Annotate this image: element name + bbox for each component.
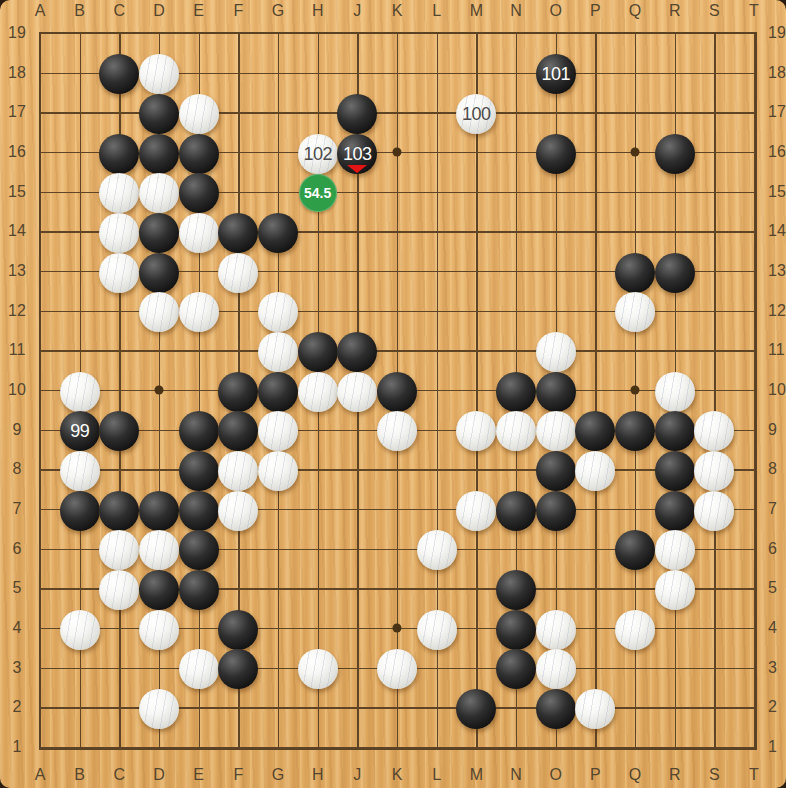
stone-black[interactable] [139,94,179,134]
row-label-right: 14 [768,222,786,240]
stone-black[interactable] [496,610,536,650]
row-label-left: 15 [2,183,32,201]
stone-white[interactable] [139,689,179,729]
stone-black[interactable] [655,253,695,293]
stone-black[interactable]: 103 [337,134,377,174]
ai-score-badge: 54.5 [299,174,337,212]
column-label-bottom: P [580,766,610,784]
column-label-top: S [699,2,729,20]
stone-white[interactable] [536,411,576,451]
column-label-bottom: L [422,766,452,784]
row-label-left: 4 [2,619,32,637]
row-label-left: 18 [2,64,32,82]
column-label-top: H [303,2,333,20]
stone-black[interactable] [536,372,576,412]
row-label-right: 12 [768,302,786,320]
stone-black[interactable] [615,530,655,570]
stone-white[interactable] [139,292,179,332]
row-label-left: 8 [2,460,32,478]
star-point [393,148,402,157]
stone-black[interactable] [536,134,576,174]
column-label-top: N [501,2,531,20]
row-label-right: 9 [768,421,786,439]
stone-black[interactable]: 101 [536,54,576,94]
stone-white[interactable] [536,649,576,689]
column-label-top: M [461,2,491,20]
stone-white[interactable] [139,610,179,650]
row-label-left: 11 [2,341,32,359]
column-label-bottom: Q [620,766,650,784]
row-label-left: 2 [2,698,32,716]
row-label-right: 13 [768,262,786,280]
stone-black[interactable] [218,610,258,650]
column-label-bottom: H [303,766,333,784]
stone-white[interactable] [496,411,536,451]
stone-black[interactable] [337,94,377,134]
stone-white[interactable] [575,451,615,491]
stone-white[interactable] [139,54,179,94]
stone-black[interactable] [99,411,139,451]
stone-white[interactable] [575,689,615,729]
stone-black[interactable]: 99 [60,411,100,451]
stone-black[interactable] [99,134,139,174]
stone-black[interactable] [139,570,179,610]
row-label-left: 7 [2,500,32,518]
stone-black[interactable] [60,491,100,531]
stone-white[interactable] [60,372,100,412]
stone-black[interactable] [99,491,139,531]
stone-black[interactable] [456,689,496,729]
row-label-right: 16 [768,143,786,161]
stone-white[interactable] [218,451,258,491]
stone-white[interactable] [655,372,695,412]
stone-black[interactable] [179,134,219,174]
stone-black[interactable] [218,411,258,451]
stone-black[interactable] [179,173,219,213]
column-label-bottom: T [739,766,769,784]
stone-black[interactable] [139,253,179,293]
stone-black[interactable] [655,411,695,451]
row-label-right: 5 [768,579,786,597]
column-label-top: E [184,2,214,20]
column-label-bottom: S [699,766,729,784]
row-label-right: 17 [768,103,786,121]
column-label-bottom: F [223,766,253,784]
stone-white[interactable] [99,173,139,213]
row-label-left: 17 [2,103,32,121]
row-label-right: 2 [768,698,786,716]
stone-white[interactable] [99,213,139,253]
column-label-bottom: J [342,766,372,784]
stone-black[interactable] [575,411,615,451]
row-label-right: 7 [768,500,786,518]
row-label-left: 6 [2,540,32,558]
stone-black[interactable] [179,570,219,610]
stone-black[interactable] [536,491,576,531]
stone-white[interactable] [179,213,219,253]
stone-white[interactable] [179,649,219,689]
column-label-bottom: E [184,766,214,784]
stone-black[interactable] [179,451,219,491]
column-label-bottom: G [263,766,293,784]
stone-white[interactable] [536,610,576,650]
row-label-left: 13 [2,262,32,280]
stone-white[interactable] [258,332,298,372]
column-label-top: G [263,2,293,20]
row-label-left: 3 [2,659,32,677]
stone-white[interactable] [456,491,496,531]
column-label-bottom: C [104,766,134,784]
stone-white[interactable] [179,94,219,134]
stone-white[interactable] [179,292,219,332]
stone-white[interactable] [417,610,457,650]
row-label-left: 10 [2,381,32,399]
stone-white[interactable] [615,292,655,332]
stone-black[interactable] [536,451,576,491]
column-label-bottom: R [660,766,690,784]
stone-white[interactable]: 100 [456,94,496,134]
column-label-bottom: O [541,766,571,784]
stone-white[interactable] [298,649,338,689]
stone-white[interactable]: 102 [298,134,338,174]
stone-black[interactable] [655,491,695,531]
column-label-top: T [739,2,769,20]
stone-black[interactable] [179,411,219,451]
row-label-right: 10 [768,381,786,399]
column-label-top: A [25,2,55,20]
column-label-bottom: D [144,766,174,784]
stone-white[interactable] [655,530,695,570]
stone-black[interactable] [496,649,536,689]
stone-white[interactable] [456,411,496,451]
row-label-right: 6 [768,540,786,558]
stone-white[interactable] [536,332,576,372]
stone-black[interactable] [218,213,258,253]
column-label-bottom: K [382,766,412,784]
move-number: 102 [303,145,332,163]
stone-black[interactable] [258,372,298,412]
stone-white[interactable] [258,451,298,491]
stone-white[interactable] [694,451,734,491]
last-move-red-triangle-icon [347,165,367,173]
stone-black[interactable] [615,411,655,451]
column-label-bottom: M [461,766,491,784]
stone-black[interactable] [536,689,576,729]
stone-black[interactable] [377,372,417,412]
star-point [393,624,402,633]
row-label-right: 19 [768,24,786,42]
stone-white[interactable] [139,530,179,570]
stone-black[interactable] [496,570,536,610]
stone-black[interactable] [337,332,377,372]
stone-white[interactable] [417,530,457,570]
row-label-left: 16 [2,143,32,161]
stone-white[interactable] [298,372,338,412]
stone-white[interactable] [377,411,417,451]
row-label-right: 8 [768,460,786,478]
stone-white[interactable] [60,610,100,650]
column-label-top: D [144,2,174,20]
column-label-top: Q [620,2,650,20]
stone-white[interactable] [337,372,377,412]
row-label-right: 15 [768,183,786,201]
move-number: 99 [70,422,89,440]
stone-black[interactable] [139,134,179,174]
move-number: 101 [541,65,570,83]
stone-black[interactable] [655,134,695,174]
star-point [631,386,640,395]
row-label-left: 19 [2,24,32,42]
row-label-right: 3 [768,659,786,677]
move-number: 100 [462,105,491,123]
stone-black[interactable] [218,649,258,689]
row-label-right: 1 [768,738,786,756]
column-label-top: K [382,2,412,20]
column-label-top: R [660,2,690,20]
stone-white[interactable] [258,292,298,332]
column-label-top: C [104,2,134,20]
row-label-left: 12 [2,302,32,320]
stone-white[interactable] [694,491,734,531]
stone-black[interactable] [179,530,219,570]
stone-black[interactable] [139,213,179,253]
move-number: 103 [343,145,372,163]
row-label-right: 18 [768,64,786,82]
row-label-left: 1 [2,738,32,756]
column-label-top: L [422,2,452,20]
column-label-bottom: A [25,766,55,784]
stone-white[interactable] [694,411,734,451]
column-label-bottom: B [65,766,95,784]
stone-black[interactable] [615,253,655,293]
stone-white[interactable] [377,649,417,689]
star-point [631,148,640,157]
go-board-screenshot: AABBCCDDEEFFGGHHJJKKLLMMNNOOPPQQRRSSTT19… [0,0,786,788]
stone-white[interactable] [99,253,139,293]
stone-black[interactable] [258,213,298,253]
stone-white[interactable] [99,530,139,570]
stone-white[interactable] [139,173,179,213]
stone-black[interactable] [655,451,695,491]
column-label-top: B [65,2,95,20]
row-label-right: 4 [768,619,786,637]
stone-white[interactable] [655,570,695,610]
row-label-left: 5 [2,579,32,597]
column-label-top: F [223,2,253,20]
stone-black[interactable] [179,491,219,531]
row-label-left: 9 [2,421,32,439]
column-label-top: P [580,2,610,20]
row-label-left: 14 [2,222,32,240]
stone-black[interactable] [139,491,179,531]
stone-white[interactable] [258,411,298,451]
stone-white[interactable] [218,491,258,531]
stone-black[interactable] [99,54,139,94]
column-label-top: O [541,2,571,20]
column-label-top: J [342,2,372,20]
stone-black[interactable] [218,372,258,412]
stone-white[interactable] [99,570,139,610]
stone-white[interactable] [60,451,100,491]
star-point [155,386,164,395]
stone-black[interactable] [298,332,338,372]
stone-white[interactable] [218,253,258,293]
column-label-bottom: N [501,766,531,784]
stone-black[interactable] [496,372,536,412]
stone-black[interactable] [496,491,536,531]
row-label-right: 11 [768,341,786,359]
stone-white[interactable] [615,610,655,650]
